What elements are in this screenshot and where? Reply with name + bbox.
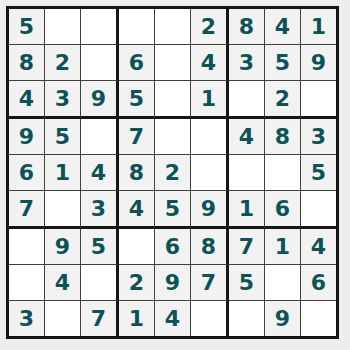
sudoku-cell[interactable]	[45, 9, 81, 45]
sudoku-board: 5284182643594395129574836148257345916956…	[6, 6, 339, 339]
sudoku-cell[interactable]: 4	[81, 155, 119, 191]
sudoku-cell[interactable]: 1	[191, 81, 229, 119]
sudoku-cell[interactable]: 8	[119, 155, 155, 191]
sudoku-cell[interactable]: 1	[119, 301, 155, 336]
sudoku-page: 5284182643594395129574836148257345916956…	[0, 0, 350, 345]
sudoku-cell[interactable]: 9	[155, 265, 191, 301]
sudoku-cell[interactable]: 6	[265, 191, 301, 229]
sudoku-cell[interactable]	[9, 229, 45, 265]
sudoku-cell[interactable]: 7	[229, 229, 265, 265]
sudoku-cell[interactable]: 7	[191, 265, 229, 301]
sudoku-cell[interactable]: 2	[265, 81, 301, 119]
sudoku-cell[interactable]	[155, 119, 191, 155]
sudoku-cell[interactable]	[81, 9, 119, 45]
sudoku-cell[interactable]: 3	[9, 301, 45, 336]
sudoku-cell[interactable]	[301, 301, 336, 336]
sudoku-cell[interactable]: 5	[45, 119, 81, 155]
sudoku-cell[interactable]	[119, 9, 155, 45]
sudoku-cell[interactable]	[45, 301, 81, 336]
sudoku-cell[interactable]: 3	[301, 119, 336, 155]
sudoku-cell[interactable]: 4	[119, 191, 155, 229]
sudoku-cell[interactable]: 6	[301, 265, 336, 301]
sudoku-cell[interactable]	[229, 155, 265, 191]
sudoku-cell[interactable]: 5	[9, 9, 45, 45]
sudoku-cell[interactable]	[191, 301, 229, 336]
sudoku-cell[interactable]: 4	[301, 229, 336, 265]
sudoku-cell[interactable]: 4	[155, 301, 191, 336]
sudoku-cell[interactable]: 4	[191, 45, 229, 81]
sudoku-cell[interactable]: 8	[229, 9, 265, 45]
sudoku-cell[interactable]	[301, 191, 336, 229]
sudoku-cell[interactable]	[229, 301, 265, 336]
sudoku-cell[interactable]	[301, 81, 336, 119]
sudoku-cell[interactable]: 3	[81, 191, 119, 229]
sudoku-cell[interactable]	[265, 265, 301, 301]
sudoku-cell[interactable]: 2	[119, 265, 155, 301]
sudoku-cell[interactable]: 9	[191, 191, 229, 229]
sudoku-cell[interactable]	[45, 191, 81, 229]
sudoku-cell[interactable]: 1	[301, 9, 336, 45]
sudoku-cell[interactable]: 7	[81, 301, 119, 336]
sudoku-cell[interactable]: 8	[9, 45, 45, 81]
sudoku-cell[interactable]: 6	[119, 45, 155, 81]
sudoku-cell[interactable]	[81, 45, 119, 81]
sudoku-cell[interactable]: 9	[301, 45, 336, 81]
sudoku-cell[interactable]: 4	[229, 119, 265, 155]
sudoku-cell[interactable]	[155, 45, 191, 81]
sudoku-cell[interactable]: 4	[9, 81, 45, 119]
sudoku-cell[interactable]: 8	[191, 229, 229, 265]
sudoku-cell[interactable]: 9	[45, 229, 81, 265]
sudoku-cell[interactable]: 5	[81, 229, 119, 265]
sudoku-cell[interactable]: 4	[265, 9, 301, 45]
sudoku-cell[interactable]: 3	[229, 45, 265, 81]
sudoku-cell[interactable]: 7	[119, 119, 155, 155]
sudoku-cell[interactable]: 7	[9, 191, 45, 229]
sudoku-cell[interactable]: 5	[229, 265, 265, 301]
sudoku-cell[interactable]	[191, 155, 229, 191]
sudoku-cell[interactable]	[119, 229, 155, 265]
sudoku-cell[interactable]: 5	[265, 45, 301, 81]
sudoku-cell[interactable]: 5	[119, 81, 155, 119]
sudoku-cell[interactable]	[191, 119, 229, 155]
sudoku-cell[interactable]: 1	[229, 191, 265, 229]
sudoku-cell[interactable]	[155, 9, 191, 45]
sudoku-cell[interactable]: 1	[265, 229, 301, 265]
sudoku-cell[interactable]	[265, 155, 301, 191]
sudoku-cell[interactable]: 1	[45, 155, 81, 191]
sudoku-cell[interactable]: 9	[81, 81, 119, 119]
sudoku-cell[interactable]	[81, 265, 119, 301]
sudoku-cell[interactable]: 6	[155, 229, 191, 265]
sudoku-cell[interactable]: 2	[155, 155, 191, 191]
sudoku-cell[interactable]	[229, 81, 265, 119]
sudoku-cell[interactable]: 3	[45, 81, 81, 119]
sudoku-cell[interactable]: 8	[265, 119, 301, 155]
sudoku-cell[interactable]: 2	[191, 9, 229, 45]
sudoku-cell[interactable]: 9	[265, 301, 301, 336]
sudoku-cell[interactable]: 9	[9, 119, 45, 155]
sudoku-cell[interactable]: 2	[45, 45, 81, 81]
sudoku-cell[interactable]: 4	[45, 265, 81, 301]
sudoku-cell[interactable]	[81, 119, 119, 155]
sudoku-cell[interactable]	[9, 265, 45, 301]
sudoku-cell[interactable]: 5	[155, 191, 191, 229]
sudoku-cell[interactable]: 5	[301, 155, 336, 191]
sudoku-cell[interactable]: 6	[9, 155, 45, 191]
sudoku-cell[interactable]	[155, 81, 191, 119]
